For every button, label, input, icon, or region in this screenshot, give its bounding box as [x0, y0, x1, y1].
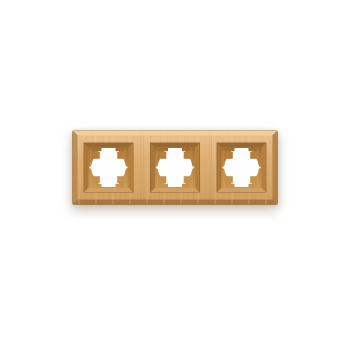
- switch-frame-product: [72, 130, 278, 205]
- frame-window-2: [151, 143, 200, 192]
- frame-window-3: [217, 143, 266, 192]
- photo-canvas: [0, 0, 350, 351]
- switch-frame-image: [72, 130, 278, 205]
- frame-window-1: [84, 143, 133, 192]
